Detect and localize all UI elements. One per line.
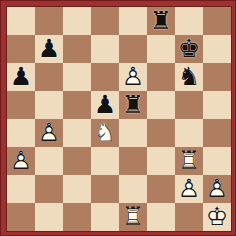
square-d8[interactable] [91, 7, 119, 35]
square-f6[interactable] [147, 63, 175, 91]
square-e8[interactable] [119, 7, 147, 35]
square-a7[interactable] [7, 35, 35, 63]
square-g3[interactable]: ♜♖ [175, 147, 203, 175]
square-h6[interactable] [203, 63, 231, 91]
square-c2[interactable] [63, 175, 91, 203]
square-h8[interactable] [203, 7, 231, 35]
square-g8[interactable] [175, 7, 203, 35]
square-d6[interactable] [91, 63, 119, 91]
square-g7[interactable]: ♚ [175, 35, 203, 63]
square-c4[interactable] [63, 119, 91, 147]
square-c6[interactable] [63, 63, 91, 91]
square-a5[interactable] [7, 91, 35, 119]
black-king-icon: ♚ [175, 35, 203, 63]
square-f2[interactable] [147, 175, 175, 203]
square-f1[interactable] [147, 203, 175, 231]
black-pawn-icon: ♟ [35, 35, 63, 63]
square-b3[interactable] [35, 147, 63, 175]
square-c5[interactable] [63, 91, 91, 119]
square-g4[interactable] [175, 119, 203, 147]
square-e6[interactable]: ♟♙ [119, 63, 147, 91]
square-f3[interactable] [147, 147, 175, 175]
square-e7[interactable] [119, 35, 147, 63]
white-rook-icon: ♜♖ [175, 147, 203, 175]
square-f8[interactable]: ♜ [147, 7, 175, 35]
square-a2[interactable] [7, 175, 35, 203]
chess-board: ♜♟♚♟♟♙♞♟♜♟♙♞♘♟♙♜♖♟♙♟♙♜♖♚♔ [7, 7, 231, 231]
white-pawn-icon: ♟♙ [175, 175, 203, 203]
square-b5[interactable] [35, 91, 63, 119]
square-g5[interactable] [175, 91, 203, 119]
square-c7[interactable] [63, 35, 91, 63]
square-h7[interactable] [203, 35, 231, 63]
square-b6[interactable] [35, 63, 63, 91]
square-e3[interactable] [119, 147, 147, 175]
square-d7[interactable] [91, 35, 119, 63]
square-c3[interactable] [63, 147, 91, 175]
square-d2[interactable] [91, 175, 119, 203]
square-e5[interactable]: ♜ [119, 91, 147, 119]
white-pawn-icon: ♟♙ [119, 63, 147, 91]
square-f5[interactable] [147, 91, 175, 119]
square-g6[interactable]: ♞ [175, 63, 203, 91]
square-a1[interactable] [7, 203, 35, 231]
square-f4[interactable] [147, 119, 175, 147]
white-pawn-icon: ♟♙ [7, 147, 35, 175]
square-b8[interactable] [35, 7, 63, 35]
square-d1[interactable] [91, 203, 119, 231]
square-a4[interactable] [7, 119, 35, 147]
black-pawn-icon: ♟ [7, 63, 35, 91]
black-rook-icon: ♜ [147, 7, 175, 35]
square-h2[interactable]: ♟♙ [203, 175, 231, 203]
white-pawn-icon: ♟♙ [35, 119, 63, 147]
square-g2[interactable]: ♟♙ [175, 175, 203, 203]
square-f7[interactable] [147, 35, 175, 63]
square-h3[interactable] [203, 147, 231, 175]
white-rook-icon: ♜♖ [119, 203, 147, 231]
chess-board-frame: ♜♟♚♟♟♙♞♟♜♟♙♞♘♟♙♜♖♟♙♟♙♜♖♚♔ [0, 0, 236, 236]
square-e2[interactable] [119, 175, 147, 203]
square-c8[interactable] [63, 7, 91, 35]
white-pawn-icon: ♟♙ [203, 175, 231, 203]
square-b1[interactable] [35, 203, 63, 231]
square-g1[interactable] [175, 203, 203, 231]
square-d4[interactable]: ♞♘ [91, 119, 119, 147]
square-d3[interactable] [91, 147, 119, 175]
square-e1[interactable]: ♜♖ [119, 203, 147, 231]
square-e4[interactable] [119, 119, 147, 147]
square-h4[interactable] [203, 119, 231, 147]
square-h5[interactable] [203, 91, 231, 119]
square-a3[interactable]: ♟♙ [7, 147, 35, 175]
black-knight-icon: ♞ [175, 63, 203, 91]
black-rook-icon: ♜ [119, 91, 147, 119]
square-d5[interactable]: ♟ [91, 91, 119, 119]
square-b2[interactable] [35, 175, 63, 203]
square-h1[interactable]: ♚♔ [203, 203, 231, 231]
white-king-icon: ♚♔ [203, 203, 231, 231]
square-c1[interactable] [63, 203, 91, 231]
square-a6[interactable]: ♟ [7, 63, 35, 91]
white-knight-icon: ♞♘ [91, 119, 119, 147]
square-b4[interactable]: ♟♙ [35, 119, 63, 147]
square-b7[interactable]: ♟ [35, 35, 63, 63]
black-pawn-icon: ♟ [91, 91, 119, 119]
square-a8[interactable] [7, 7, 35, 35]
